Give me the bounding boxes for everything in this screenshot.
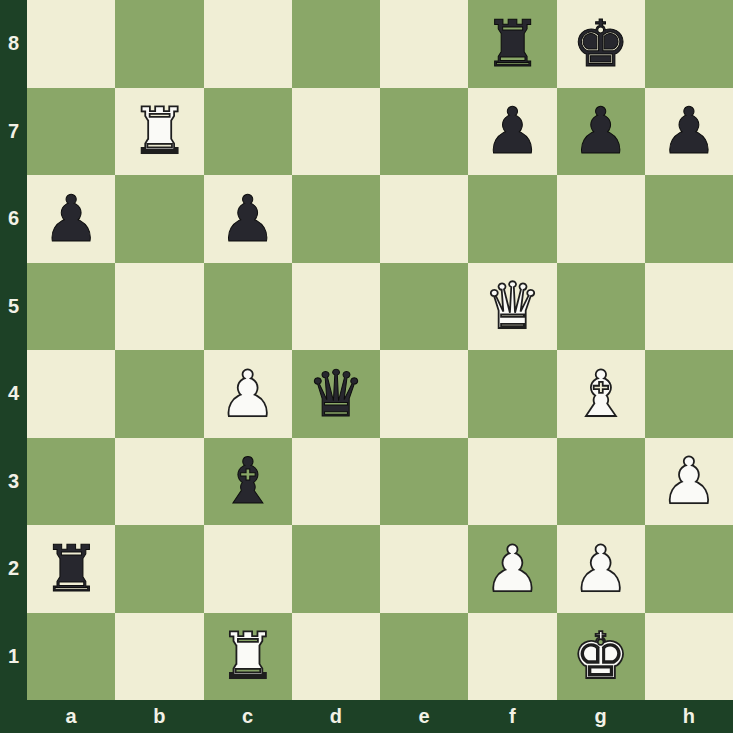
black-rook-a2[interactable]: ♜	[42, 537, 99, 601]
black-pawn-a6[interactable]: ♟	[42, 187, 99, 251]
square-h8[interactable]	[645, 0, 733, 88]
square-d3[interactable]	[292, 438, 380, 526]
square-h6[interactable]	[645, 175, 733, 263]
square-e5[interactable]	[380, 263, 468, 351]
white-king-g1[interactable]: ♚	[572, 624, 629, 688]
square-a4[interactable]	[27, 350, 115, 438]
square-c4[interactable]: ♟	[204, 350, 292, 438]
black-pawn-h7[interactable]: ♟	[660, 99, 717, 163]
rank-label-8: 8	[0, 0, 27, 88]
rank-label-4: 4	[0, 350, 27, 438]
square-c2[interactable]	[204, 525, 292, 613]
square-h1[interactable]	[645, 613, 733, 701]
square-g6[interactable]	[557, 175, 645, 263]
square-a7[interactable]	[27, 88, 115, 176]
square-f7[interactable]: ♟	[468, 88, 556, 176]
square-f6[interactable]	[468, 175, 556, 263]
rank-labels-column: 87654321	[0, 0, 27, 700]
square-e1[interactable]	[380, 613, 468, 701]
black-pawn-c6[interactable]: ♟	[219, 187, 276, 251]
square-h7[interactable]: ♟	[645, 88, 733, 176]
white-pawn-g2[interactable]: ♟	[572, 537, 629, 601]
square-c5[interactable]	[204, 263, 292, 351]
square-e6[interactable]	[380, 175, 468, 263]
rank-label-2: 2	[0, 525, 27, 613]
white-pawn-c4[interactable]: ♟	[219, 362, 276, 426]
chess-board-frame: 87654321 ♜♚♜♟♟♟♟♟♛♟♛♝♝♟♜♟♟♜♚ abcdefgh	[0, 0, 733, 733]
black-pawn-f7[interactable]: ♟	[484, 99, 541, 163]
rank-label-3: 3	[0, 438, 27, 526]
square-b4[interactable]	[115, 350, 203, 438]
square-a8[interactable]	[27, 0, 115, 88]
square-h2[interactable]	[645, 525, 733, 613]
square-d1[interactable]	[292, 613, 380, 701]
square-f2[interactable]: ♟	[468, 525, 556, 613]
square-c3[interactable]: ♝	[204, 438, 292, 526]
square-a2[interactable]: ♜	[27, 525, 115, 613]
rank-label-6: 6	[0, 175, 27, 263]
square-d2[interactable]	[292, 525, 380, 613]
file-label-e: e	[380, 700, 468, 733]
square-c8[interactable]	[204, 0, 292, 88]
square-g7[interactable]: ♟	[557, 88, 645, 176]
rank-label-1: 1	[0, 613, 27, 701]
white-pawn-h3[interactable]: ♟	[660, 449, 717, 513]
square-f4[interactable]	[468, 350, 556, 438]
black-queen-d4[interactable]: ♛	[307, 362, 364, 426]
white-rook-b7[interactable]: ♜	[131, 99, 188, 163]
square-g1[interactable]: ♚	[557, 613, 645, 701]
black-king-g8[interactable]: ♚	[572, 12, 629, 76]
file-label-b: b	[115, 700, 203, 733]
square-c6[interactable]: ♟	[204, 175, 292, 263]
file-label-h: h	[645, 700, 733, 733]
square-h3[interactable]: ♟	[645, 438, 733, 526]
file-label-g: g	[557, 700, 645, 733]
chess-board[interactable]: ♜♚♜♟♟♟♟♟♛♟♛♝♝♟♜♟♟♜♚	[27, 0, 733, 700]
square-b1[interactable]	[115, 613, 203, 701]
square-b3[interactable]	[115, 438, 203, 526]
white-queen-f5[interactable]: ♛	[484, 274, 541, 338]
square-f8[interactable]: ♜	[468, 0, 556, 88]
square-d8[interactable]	[292, 0, 380, 88]
square-a6[interactable]: ♟	[27, 175, 115, 263]
square-b2[interactable]	[115, 525, 203, 613]
square-b8[interactable]	[115, 0, 203, 88]
square-b7[interactable]: ♜	[115, 88, 203, 176]
square-d5[interactable]	[292, 263, 380, 351]
file-label-f: f	[468, 700, 556, 733]
white-pawn-f2[interactable]: ♟	[484, 537, 541, 601]
square-b5[interactable]	[115, 263, 203, 351]
white-bishop-g4[interactable]: ♝	[572, 362, 629, 426]
square-c1[interactable]: ♜	[204, 613, 292, 701]
square-e2[interactable]	[380, 525, 468, 613]
square-d6[interactable]	[292, 175, 380, 263]
rank-label-5: 5	[0, 263, 27, 351]
black-bishop-c3[interactable]: ♝	[219, 449, 276, 513]
square-e8[interactable]	[380, 0, 468, 88]
square-g8[interactable]: ♚	[557, 0, 645, 88]
square-f1[interactable]	[468, 613, 556, 701]
square-h5[interactable]	[645, 263, 733, 351]
file-labels-row: abcdefgh	[27, 700, 733, 733]
square-g4[interactable]: ♝	[557, 350, 645, 438]
square-g5[interactable]	[557, 263, 645, 351]
file-label-d: d	[292, 700, 380, 733]
square-d4[interactable]: ♛	[292, 350, 380, 438]
square-d7[interactable]	[292, 88, 380, 176]
black-pawn-g7[interactable]: ♟	[572, 99, 629, 163]
square-e7[interactable]	[380, 88, 468, 176]
square-a1[interactable]	[27, 613, 115, 701]
file-label-a: a	[27, 700, 115, 733]
square-f3[interactable]	[468, 438, 556, 526]
square-f5[interactable]: ♛	[468, 263, 556, 351]
square-h4[interactable]	[645, 350, 733, 438]
square-g3[interactable]	[557, 438, 645, 526]
square-a3[interactable]	[27, 438, 115, 526]
square-e3[interactable]	[380, 438, 468, 526]
square-e4[interactable]	[380, 350, 468, 438]
square-a5[interactable]	[27, 263, 115, 351]
square-c7[interactable]	[204, 88, 292, 176]
square-b6[interactable]	[115, 175, 203, 263]
file-label-c: c	[204, 700, 292, 733]
square-g2[interactable]: ♟	[557, 525, 645, 613]
black-rook-f8[interactable]: ♜	[484, 12, 541, 76]
white-rook-c1[interactable]: ♜	[219, 624, 276, 688]
rank-label-7: 7	[0, 88, 27, 176]
